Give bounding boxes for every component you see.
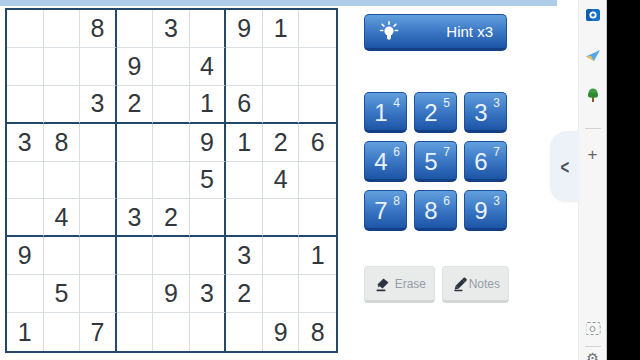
numpad-button-4[interactable]: 46 xyxy=(364,141,407,182)
sudoku-cell[interactable] xyxy=(190,10,227,48)
eraser-icon xyxy=(373,275,392,293)
sudoku-cell[interactable] xyxy=(117,124,154,162)
numpad-digit: 4 xyxy=(374,148,387,176)
sudoku-cell[interactable]: 9 xyxy=(226,10,263,48)
sudoku-cell[interactable]: 3 xyxy=(190,275,227,313)
sudoku-cell[interactable]: 6 xyxy=(226,86,263,124)
sudoku-cell[interactable]: 4 xyxy=(44,199,81,237)
sudoku-cell[interactable]: 3 xyxy=(226,237,263,275)
sudoku-cell[interactable] xyxy=(80,275,117,313)
numpad-remaining-count: 7 xyxy=(443,145,450,159)
hint-label: Hint x3 xyxy=(446,23,493,40)
sudoku-cell[interactable] xyxy=(7,162,44,200)
sudoku-cell[interactable] xyxy=(299,162,336,200)
numpad-digit: 8 xyxy=(424,197,437,225)
sudoku-cell[interactable] xyxy=(226,199,263,237)
plus-icon[interactable]: + xyxy=(588,146,598,163)
sudoku-board: 83919432163891265443293159321798 xyxy=(5,8,338,353)
games-icon[interactable] xyxy=(585,322,600,335)
sudoku-cell[interactable]: 8 xyxy=(80,10,117,48)
sudoku-cell[interactable]: 1 xyxy=(263,10,300,48)
erase-button[interactable]: Erase xyxy=(364,266,435,303)
sudoku-cell[interactable] xyxy=(117,10,154,48)
numpad-button-9[interactable]: 93 xyxy=(464,190,507,231)
sudoku-cell[interactable] xyxy=(299,10,336,48)
sudoku-cell[interactable] xyxy=(299,48,336,86)
sudoku-cell[interactable] xyxy=(44,86,81,124)
sudoku-cell[interactable] xyxy=(263,237,300,275)
sudoku-cell[interactable] xyxy=(117,162,154,200)
sudoku-cell[interactable] xyxy=(7,10,44,48)
sudoku-cell[interactable] xyxy=(7,275,44,313)
sudoku-cell[interactable]: 6 xyxy=(299,124,336,162)
numpad-remaining-count: 4 xyxy=(393,96,400,110)
sudoku-cell[interactable] xyxy=(299,199,336,237)
sudoku-cell[interactable]: 4 xyxy=(263,162,300,200)
sudoku-cell[interactable] xyxy=(153,313,190,351)
sudoku-cell[interactable] xyxy=(153,162,190,200)
tree-icon[interactable] xyxy=(586,88,600,107)
sudoku-cell[interactable] xyxy=(44,237,81,275)
outlook-icon[interactable] xyxy=(586,8,600,26)
numpad-button-3[interactable]: 33 xyxy=(464,92,507,133)
numpad-remaining-count: 8 xyxy=(393,194,400,208)
sudoku-cell[interactable] xyxy=(44,10,81,48)
numpad-button-7[interactable]: 78 xyxy=(364,190,407,231)
sudoku-cell[interactable] xyxy=(117,275,154,313)
numpad-remaining-count: 3 xyxy=(493,96,500,110)
hint-button[interactable]: Hint x3 xyxy=(364,14,507,51)
numpad-digit: 3 xyxy=(474,99,487,127)
chevron-left-icon: < xyxy=(561,155,570,177)
sudoku-cell[interactable]: 2 xyxy=(117,86,154,124)
sudoku-cell[interactable] xyxy=(80,199,117,237)
sudoku-cell[interactable] xyxy=(263,275,300,313)
sudoku-cell[interactable]: 8 xyxy=(299,313,336,351)
numpad-button-1[interactable]: 14 xyxy=(364,92,407,133)
sudoku-cell[interactable] xyxy=(263,48,300,86)
numpad-digit: 1 xyxy=(374,99,387,127)
sudoku-cell[interactable]: 2 xyxy=(263,124,300,162)
sudoku-cell[interactable] xyxy=(190,237,227,275)
sudoku-cell[interactable] xyxy=(80,124,117,162)
edge-sidebar: + ⚙ xyxy=(578,0,607,360)
sudoku-cell[interactable]: 2 xyxy=(226,275,263,313)
sudoku-cell[interactable] xyxy=(153,124,190,162)
sudoku-cell[interactable] xyxy=(190,199,227,237)
sudoku-cell[interactable] xyxy=(44,162,81,200)
sidebar-divider-bottom xyxy=(585,346,601,347)
paper-plane-icon[interactable] xyxy=(585,48,600,66)
sudoku-cell[interactable]: 9 xyxy=(153,275,190,313)
sidebar-collapse-tab[interactable]: < xyxy=(551,131,579,201)
sudoku-cell[interactable] xyxy=(117,237,154,275)
numpad-digit: 9 xyxy=(474,197,487,225)
notes-label: Notes xyxy=(469,277,500,291)
sudoku-cell[interactable] xyxy=(80,237,117,275)
sudoku-cell[interactable]: 1 xyxy=(226,124,263,162)
sudoku-cell[interactable]: 3 xyxy=(117,199,154,237)
sudoku-cell[interactable]: 1 xyxy=(190,86,227,124)
screen-edge-black-bar xyxy=(607,0,640,360)
erase-label: Erase xyxy=(395,277,426,291)
sudoku-cell[interactable] xyxy=(153,237,190,275)
number-pad: 142533465767788693 xyxy=(364,92,507,231)
numpad-digit: 7 xyxy=(374,197,387,225)
sudoku-cell[interactable]: 8 xyxy=(44,124,81,162)
sudoku-cell[interactable]: 3 xyxy=(80,86,117,124)
sudoku-cell[interactable] xyxy=(117,313,154,351)
numpad-button-8[interactable]: 86 xyxy=(414,190,457,231)
sudoku-cell[interactable]: 5 xyxy=(190,162,227,200)
notes-button[interactable]: Notes xyxy=(442,266,509,303)
sudoku-cell[interactable] xyxy=(299,86,336,124)
sudoku-cell[interactable]: 1 xyxy=(299,237,336,275)
sudoku-cell[interactable] xyxy=(226,162,263,200)
top-edge-strip xyxy=(0,0,557,6)
sudoku-cell[interactable] xyxy=(7,86,44,124)
sudoku-cell[interactable]: 3 xyxy=(7,124,44,162)
numpad-button-6[interactable]: 67 xyxy=(464,141,507,182)
numpad-digit: 2 xyxy=(424,99,437,127)
sudoku-cell[interactable]: 9 xyxy=(117,48,154,86)
games-icon-dot xyxy=(590,326,596,332)
sudoku-cell[interactable]: 3 xyxy=(153,10,190,48)
sudoku-cell[interactable]: 1 xyxy=(7,313,44,351)
sudoku-cell[interactable]: 7 xyxy=(80,313,117,351)
numpad-digit: 5 xyxy=(424,148,437,176)
sudoku-cell[interactable]: 4 xyxy=(190,48,227,86)
sudoku-cell[interactable]: 5 xyxy=(44,275,81,313)
sudoku-cell[interactable] xyxy=(226,48,263,86)
sudoku-cell[interactable] xyxy=(7,48,44,86)
sudoku-cell[interactable] xyxy=(153,48,190,86)
numpad-button-2[interactable]: 25 xyxy=(414,92,457,133)
sudoku-cell[interactable]: 9 xyxy=(190,124,227,162)
sudoku-cell[interactable]: 9 xyxy=(7,237,44,275)
numpad-digit: 6 xyxy=(474,148,487,176)
sudoku-cell[interactable]: 2 xyxy=(153,199,190,237)
sudoku-cell[interactable] xyxy=(44,48,81,86)
sudoku-cell[interactable] xyxy=(44,313,81,351)
sudoku-cell[interactable] xyxy=(263,199,300,237)
numpad-remaining-count: 3 xyxy=(493,194,500,208)
sudoku-cell[interactable] xyxy=(7,199,44,237)
sudoku-cell[interactable]: 9 xyxy=(263,313,300,351)
sidebar-divider-top xyxy=(585,128,601,129)
sudoku-cell[interactable] xyxy=(299,275,336,313)
sudoku-cell[interactable] xyxy=(190,313,227,351)
pencil-icon xyxy=(451,275,469,293)
numpad-button-5[interactable]: 57 xyxy=(414,141,457,182)
numpad-remaining-count: 6 xyxy=(443,194,450,208)
sudoku-cell[interactable] xyxy=(153,86,190,124)
sudoku-cell[interactable] xyxy=(80,162,117,200)
lightbulb-icon xyxy=(379,21,399,43)
numpad-remaining-count: 7 xyxy=(493,145,500,159)
settings-gear-icon[interactable]: ⚙ xyxy=(586,351,599,360)
sudoku-cell[interactable] xyxy=(80,48,117,86)
sudoku-cell[interactable] xyxy=(226,313,263,351)
numpad-remaining-count: 5 xyxy=(443,96,450,110)
sudoku-cell[interactable] xyxy=(263,86,300,124)
numpad-remaining-count: 6 xyxy=(393,145,400,159)
